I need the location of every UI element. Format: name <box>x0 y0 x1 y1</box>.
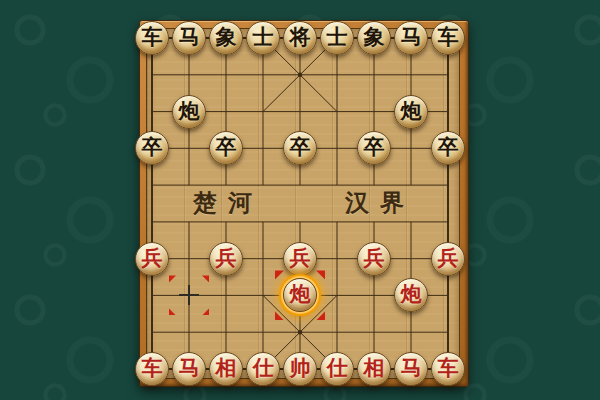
piece-glyph: 卒 <box>216 137 237 158</box>
piece-glyph: 士 <box>327 27 348 48</box>
piece-glyph: 将 <box>290 27 311 48</box>
piece-red-horse[interactable]: 马 <box>172 352 206 386</box>
piece-red-chariot[interactable]: 车 <box>135 352 169 386</box>
piece-glyph: 卒 <box>290 137 311 158</box>
piece-red-chariot[interactable]: 车 <box>431 352 465 386</box>
app-background: { "game": "xiangqi", "position": { "fen"… <box>0 0 600 400</box>
piece-glyph: 卒 <box>438 137 459 158</box>
piece-glyph: 马 <box>179 358 200 379</box>
piece-red-advisor[interactable]: 仕 <box>246 352 280 386</box>
piece-glyph: 兵 <box>216 248 237 269</box>
piece-red-soldier[interactable]: 兵 <box>357 242 391 276</box>
piece-black-advisor[interactable]: 士 <box>320 21 354 55</box>
piece-glyph: 仕 <box>327 358 348 379</box>
piece-black-elephant[interactable]: 象 <box>357 21 391 55</box>
piece-glyph: 兵 <box>290 248 311 269</box>
piece-black-chariot[interactable]: 车 <box>431 21 465 55</box>
piece-black-horse[interactable]: 马 <box>172 21 206 55</box>
piece-glyph: 帅 <box>290 358 311 379</box>
piece-black-cannon[interactable]: 炮 <box>394 95 428 129</box>
piece-black-horse[interactable]: 马 <box>394 21 428 55</box>
piece-red-horse[interactable]: 马 <box>394 352 428 386</box>
piece-red-soldier[interactable]: 兵 <box>209 242 243 276</box>
piece-black-elephant[interactable]: 象 <box>209 21 243 55</box>
piece-black-advisor[interactable]: 士 <box>246 21 280 55</box>
piece-glyph: 马 <box>401 27 422 48</box>
piece-red-soldier[interactable]: 兵 <box>431 242 465 276</box>
piece-glyph: 炮 <box>290 284 311 305</box>
piece-glyph: 车 <box>438 358 459 379</box>
piece-glyph: 车 <box>142 358 163 379</box>
piece-red-soldier[interactable]: 兵 <box>135 242 169 276</box>
piece-red-general[interactable]: 帅 <box>283 352 317 386</box>
piece-glyph: 马 <box>401 358 422 379</box>
piece-glyph: 炮 <box>401 101 422 122</box>
piece-glyph: 兵 <box>364 248 385 269</box>
river-label-left: 楚河 <box>193 187 263 219</box>
piece-black-general[interactable]: 将 <box>283 21 317 55</box>
piece-glyph: 相 <box>364 358 385 379</box>
piece-red-soldier[interactable]: 兵 <box>283 242 317 276</box>
piece-glyph: 相 <box>216 358 237 379</box>
piece-red-advisor[interactable]: 仕 <box>320 352 354 386</box>
piece-black-cannon[interactable]: 炮 <box>172 95 206 129</box>
piece-red-elephant[interactable]: 相 <box>357 352 391 386</box>
piece-glyph: 兵 <box>438 248 459 269</box>
river-label-right: 汉界 <box>345 187 415 219</box>
piece-glyph: 仕 <box>253 358 274 379</box>
piece-glyph: 车 <box>438 27 459 48</box>
piece-glyph: 象 <box>364 27 385 48</box>
piece-glyph: 车 <box>142 27 163 48</box>
piece-red-elephant[interactable]: 相 <box>209 352 243 386</box>
piece-glyph: 士 <box>253 27 274 48</box>
piece-glyph: 炮 <box>401 284 422 305</box>
piece-glyph: 卒 <box>142 137 163 158</box>
piece-glyph: 兵 <box>142 248 163 269</box>
piece-glyph: 象 <box>216 27 237 48</box>
piece-glyph: 炮 <box>179 101 200 122</box>
piece-glyph: 卒 <box>364 137 385 158</box>
piece-black-chariot[interactable]: 车 <box>135 21 169 55</box>
piece-glyph: 马 <box>179 27 200 48</box>
